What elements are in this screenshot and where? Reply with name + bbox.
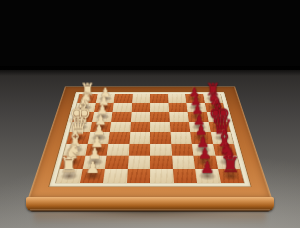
perspective-stage: ♜♞♝♚♛♝♞♜♟♟♟♟♟♟♟♟♟♟♟♟♟♟♟♟♜♞♝♚♛♝♞♜: [0, 0, 300, 228]
white-pawn-glyph: ♟: [76, 160, 110, 176]
board-pieces: ♜♞♝♚♛♝♞♜♟♟♟♟♟♟♟♟♟♟♟♟♟♟♟♟♜♞♝♚♛♝♞♜: [56, 94, 244, 183]
board-frame-bottom-lip: [30, 209, 270, 212]
piece-red-rook[interactable]: ♜: [218, 169, 244, 183]
chess-board[interactable]: ♜♞♝♚♛♝♞♜♟♟♟♟♟♟♟♟♟♟♟♟♟♟♟♟♜♞♝♚♛♝♞♜: [28, 86, 272, 198]
chess-scene: ♜♞♝♚♛♝♞♜♟♟♟♟♟♟♟♟♟♟♟♟♟♟♟♟♜♞♝♚♛♝♞♜: [0, 0, 300, 228]
red-rook-glyph: ♜: [214, 154, 248, 176]
piece-white-pawn[interactable]: ♟: [80, 169, 105, 183]
